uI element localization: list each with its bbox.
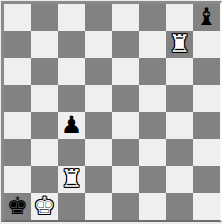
square-b3[interactable]: [31, 139, 58, 166]
square-a5[interactable]: [4, 85, 31, 112]
square-c4[interactable]: ♟: [58, 112, 85, 139]
square-f5[interactable]: [139, 85, 166, 112]
square-h4[interactable]: [193, 112, 220, 139]
white-rook[interactable]: ♜: [169, 31, 191, 58]
square-h8[interactable]: ♝: [193, 4, 220, 31]
square-e6[interactable]: [112, 58, 139, 85]
black-pawn[interactable]: ♟: [61, 112, 83, 139]
square-f3[interactable]: [139, 139, 166, 166]
square-d2[interactable]: [85, 166, 112, 193]
white-king[interactable]: ♚: [34, 193, 56, 220]
square-g5[interactable]: [166, 85, 193, 112]
square-h1[interactable]: [193, 193, 220, 220]
chess-board: ♝♜♟♜♚♚: [1, 1, 222, 222]
square-c5[interactable]: [58, 85, 85, 112]
square-b5[interactable]: [31, 85, 58, 112]
square-e2[interactable]: [112, 166, 139, 193]
square-a2[interactable]: [4, 166, 31, 193]
square-f6[interactable]: [139, 58, 166, 85]
square-e3[interactable]: [112, 139, 139, 166]
square-c8[interactable]: [58, 4, 85, 31]
black-king[interactable]: ♚: [7, 193, 29, 220]
square-f1[interactable]: [139, 193, 166, 220]
square-f4[interactable]: [139, 112, 166, 139]
square-d3[interactable]: [85, 139, 112, 166]
square-h7[interactable]: [193, 31, 220, 58]
square-c7[interactable]: [58, 31, 85, 58]
square-h5[interactable]: [193, 85, 220, 112]
square-h6[interactable]: [193, 58, 220, 85]
square-g6[interactable]: [166, 58, 193, 85]
square-b4[interactable]: [31, 112, 58, 139]
square-h2[interactable]: [193, 166, 220, 193]
square-d6[interactable]: [85, 58, 112, 85]
square-c3[interactable]: [58, 139, 85, 166]
black-bishop[interactable]: ♝: [196, 4, 218, 31]
square-b2[interactable]: [31, 166, 58, 193]
square-d4[interactable]: [85, 112, 112, 139]
square-e1[interactable]: [112, 193, 139, 220]
square-e4[interactable]: [112, 112, 139, 139]
square-g1[interactable]: [166, 193, 193, 220]
square-f2[interactable]: [139, 166, 166, 193]
square-g4[interactable]: [166, 112, 193, 139]
square-g8[interactable]: [166, 4, 193, 31]
square-g3[interactable]: [166, 139, 193, 166]
square-c6[interactable]: [58, 58, 85, 85]
square-a4[interactable]: [4, 112, 31, 139]
square-b1[interactable]: ♚: [31, 193, 58, 220]
white-rook[interactable]: ♜: [61, 166, 83, 193]
square-b7[interactable]: [31, 31, 58, 58]
square-d7[interactable]: [85, 31, 112, 58]
square-a6[interactable]: [4, 58, 31, 85]
square-b8[interactable]: [31, 4, 58, 31]
square-a8[interactable]: [4, 4, 31, 31]
square-f8[interactable]: [139, 4, 166, 31]
square-d1[interactable]: [85, 193, 112, 220]
square-e7[interactable]: [112, 31, 139, 58]
square-g7[interactable]: ♜: [166, 31, 193, 58]
square-f7[interactable]: [139, 31, 166, 58]
chess-diagram: ♝♜♟♜♚♚: [0, 0, 222, 224]
square-c2[interactable]: ♜: [58, 166, 85, 193]
square-a1[interactable]: ♚: [4, 193, 31, 220]
square-g2[interactable]: [166, 166, 193, 193]
square-c1[interactable]: [58, 193, 85, 220]
square-a3[interactable]: [4, 139, 31, 166]
square-e8[interactable]: [112, 4, 139, 31]
square-b6[interactable]: [31, 58, 58, 85]
square-a7[interactable]: [4, 31, 31, 58]
square-d5[interactable]: [85, 85, 112, 112]
square-e5[interactable]: [112, 85, 139, 112]
square-h3[interactable]: [193, 139, 220, 166]
square-d8[interactable]: [85, 4, 112, 31]
